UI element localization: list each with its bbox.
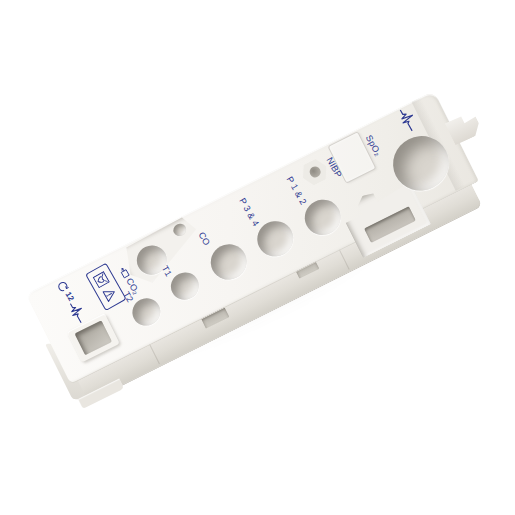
p12-label: P 1 & 2 <box>285 175 308 206</box>
ecg-waveform-icon <box>67 299 89 325</box>
p34-label: P 3 & 4 <box>237 197 260 228</box>
co-socket <box>205 238 253 285</box>
co-label: CO <box>197 231 212 248</box>
product-photo: 12 <box>0 0 515 515</box>
t1-label: T1 <box>160 264 173 278</box>
defibrillation-proof-heart-icon <box>93 270 111 288</box>
spo2-bore <box>384 127 458 200</box>
warning-triangle-icon <box>102 286 119 303</box>
ecg-12lead-icon-group: 12 <box>54 278 90 327</box>
